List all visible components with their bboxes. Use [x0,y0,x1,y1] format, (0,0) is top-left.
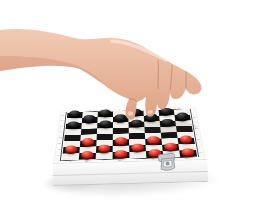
red-checker-d1[interactable] [114,150,127,157]
black-checker-f7[interactable] [146,114,158,121]
black-checker-b7[interactable] [84,115,96,122]
black-checker-g6[interactable] [162,119,174,126]
red-checker-b3[interactable] [82,138,95,145]
red-checker-d3[interactable] [115,137,128,144]
pieces-layer [0,0,258,222]
checkers-box: 1 2 3 4 5 6 7 8 a b c d e f g h 1 2 3 4 … [0,0,258,222]
red-checker-a2[interactable] [65,145,78,152]
black-checker-c6[interactable] [99,120,111,127]
red-checker-e2[interactable] [131,143,144,150]
black-checker-a8[interactable] [69,110,81,117]
red-checker-b1[interactable] [81,151,94,158]
black-checker-a6[interactable] [68,121,80,128]
red-checker-f3[interactable] [147,137,160,144]
black-checker-e8[interactable] [130,109,142,116]
red-checker-c2[interactable] [98,144,111,151]
red-checker-g2[interactable] [164,142,177,149]
black-checker-g8[interactable] [161,108,173,115]
red-checker-h3[interactable] [180,136,193,143]
red-checker-h1[interactable] [182,148,195,155]
product-scene: 1 2 3 4 5 6 7 8 a b c d e f g h 1 2 3 4 … [0,0,258,222]
metal-clasp-icon[interactable] [151,152,184,181]
black-checker-d7[interactable] [115,114,127,121]
black-checker-c8[interactable] [99,109,111,116]
black-checker-e6[interactable] [130,120,142,127]
black-checker-h7[interactable] [177,113,189,120]
